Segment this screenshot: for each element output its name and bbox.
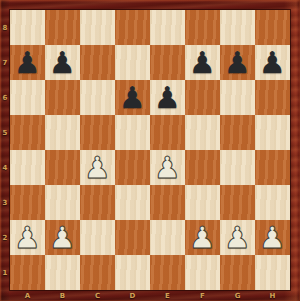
- rank-label-8: 8: [0, 10, 10, 45]
- square-e1[interactable]: [150, 255, 185, 290]
- square-h5[interactable]: [255, 115, 290, 150]
- square-g4[interactable]: [220, 150, 255, 185]
- square-b5[interactable]: [45, 115, 80, 150]
- square-f6[interactable]: [185, 80, 220, 115]
- square-e7[interactable]: [150, 45, 185, 80]
- black-pawn-h7[interactable]: ♟: [255, 45, 290, 80]
- square-h1[interactable]: [255, 255, 290, 290]
- square-c2[interactable]: [80, 220, 115, 255]
- square-f5[interactable]: [185, 115, 220, 150]
- black-pawn-e6[interactable]: ♟: [150, 80, 185, 115]
- square-h3[interactable]: [255, 185, 290, 220]
- square-a4[interactable]: [10, 150, 45, 185]
- square-a6[interactable]: [10, 80, 45, 115]
- white-pawn-h2[interactable]: ♟: [255, 220, 290, 255]
- square-d5[interactable]: [115, 115, 150, 150]
- square-a1[interactable]: [10, 255, 45, 290]
- square-g5[interactable]: [220, 115, 255, 150]
- file-label-g: G: [220, 290, 255, 301]
- file-label-b: B: [45, 290, 80, 301]
- square-b8[interactable]: [45, 10, 80, 45]
- file-labels: ABCDEFGH: [10, 290, 290, 301]
- file-label-a: A: [10, 290, 45, 301]
- square-a2[interactable]: ♟: [10, 220, 45, 255]
- square-d6[interactable]: ♟: [115, 80, 150, 115]
- square-d8[interactable]: [115, 10, 150, 45]
- square-b3[interactable]: [45, 185, 80, 220]
- chess-board-frame: 87654321 ♟♟♟♟♟♟♟♟♟♟♟♟♟♟ ABCDEFGH: [0, 0, 300, 301]
- square-f7[interactable]: ♟: [185, 45, 220, 80]
- rank-label-2: 2: [0, 220, 10, 255]
- square-b4[interactable]: [45, 150, 80, 185]
- square-f3[interactable]: [185, 185, 220, 220]
- black-pawn-d6[interactable]: ♟: [115, 80, 150, 115]
- rank-label-4: 4: [0, 150, 10, 185]
- black-pawn-g7[interactable]: ♟: [220, 45, 255, 80]
- square-c7[interactable]: [80, 45, 115, 80]
- rank-label-5: 5: [0, 115, 10, 150]
- rank-label-3: 3: [0, 185, 10, 220]
- white-pawn-a2[interactable]: ♟: [10, 220, 45, 255]
- square-c8[interactable]: [80, 10, 115, 45]
- square-c3[interactable]: [80, 185, 115, 220]
- square-d2[interactable]: [115, 220, 150, 255]
- square-a7[interactable]: ♟: [10, 45, 45, 80]
- file-label-e: E: [150, 290, 185, 301]
- square-h2[interactable]: ♟: [255, 220, 290, 255]
- square-g1[interactable]: [220, 255, 255, 290]
- square-e3[interactable]: [150, 185, 185, 220]
- square-e2[interactable]: [150, 220, 185, 255]
- white-pawn-e4[interactable]: ♟: [150, 150, 185, 185]
- square-b1[interactable]: [45, 255, 80, 290]
- square-d3[interactable]: [115, 185, 150, 220]
- white-pawn-c4[interactable]: ♟: [80, 150, 115, 185]
- white-pawn-f2[interactable]: ♟: [185, 220, 220, 255]
- square-e5[interactable]: [150, 115, 185, 150]
- rank-label-6: 6: [0, 80, 10, 115]
- rank-label-7: 7: [0, 45, 10, 80]
- file-label-f: F: [185, 290, 220, 301]
- square-e8[interactable]: [150, 10, 185, 45]
- square-a5[interactable]: [10, 115, 45, 150]
- square-g6[interactable]: [220, 80, 255, 115]
- file-label-d: D: [115, 290, 150, 301]
- square-f1[interactable]: [185, 255, 220, 290]
- square-c6[interactable]: [80, 80, 115, 115]
- square-b6[interactable]: [45, 80, 80, 115]
- square-b2[interactable]: ♟: [45, 220, 80, 255]
- square-f8[interactable]: [185, 10, 220, 45]
- square-h6[interactable]: [255, 80, 290, 115]
- square-a3[interactable]: [10, 185, 45, 220]
- white-pawn-g2[interactable]: ♟: [220, 220, 255, 255]
- square-h8[interactable]: [255, 10, 290, 45]
- square-c4[interactable]: ♟: [80, 150, 115, 185]
- square-h7[interactable]: ♟: [255, 45, 290, 80]
- file-label-c: C: [80, 290, 115, 301]
- square-g7[interactable]: ♟: [220, 45, 255, 80]
- square-d7[interactable]: [115, 45, 150, 80]
- square-g8[interactable]: [220, 10, 255, 45]
- white-pawn-b2[interactable]: ♟: [45, 220, 80, 255]
- square-g3[interactable]: [220, 185, 255, 220]
- square-a8[interactable]: [10, 10, 45, 45]
- square-d4[interactable]: [115, 150, 150, 185]
- black-pawn-a7[interactable]: ♟: [10, 45, 45, 80]
- square-h4[interactable]: [255, 150, 290, 185]
- square-b7[interactable]: ♟: [45, 45, 80, 80]
- square-e4[interactable]: ♟: [150, 150, 185, 185]
- square-g2[interactable]: ♟: [220, 220, 255, 255]
- board: ♟♟♟♟♟♟♟♟♟♟♟♟♟♟: [10, 10, 290, 290]
- square-d1[interactable]: [115, 255, 150, 290]
- square-f2[interactable]: ♟: [185, 220, 220, 255]
- black-pawn-f7[interactable]: ♟: [185, 45, 220, 80]
- square-f4[interactable]: [185, 150, 220, 185]
- black-pawn-b7[interactable]: ♟: [45, 45, 80, 80]
- square-c1[interactable]: [80, 255, 115, 290]
- rank-labels: 87654321: [0, 10, 10, 290]
- square-c5[interactable]: [80, 115, 115, 150]
- square-e6[interactable]: ♟: [150, 80, 185, 115]
- rank-label-1: 1: [0, 255, 10, 290]
- file-label-h: H: [255, 290, 290, 301]
